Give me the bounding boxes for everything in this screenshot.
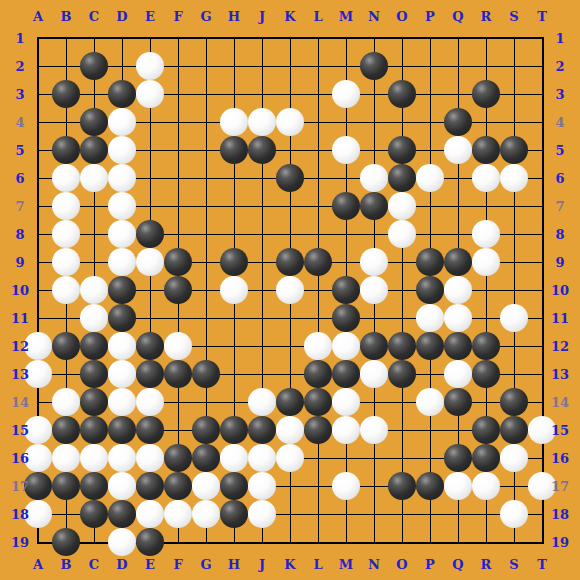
stone-black-F9[interactable] [164, 248, 192, 276]
coordinate-label-right: 2 [555, 60, 564, 73]
coordinate-label-bottom: R [481, 558, 492, 571]
stone-white-Q11[interactable] [444, 304, 472, 332]
coordinate-label-bottom: O [396, 558, 407, 571]
stone-white-C10[interactable] [80, 276, 108, 304]
stone-white-F18[interactable] [164, 500, 192, 528]
stone-white-G17[interactable] [192, 472, 220, 500]
stone-black-B3[interactable] [52, 80, 80, 108]
coordinate-label-left: 1 [15, 32, 24, 45]
stone-white-G18[interactable] [192, 500, 220, 528]
stone-white-M14[interactable] [332, 388, 360, 416]
stone-white-D13[interactable] [108, 360, 136, 388]
coordinate-label-left: 10 [11, 284, 29, 297]
stone-black-D15[interactable] [108, 416, 136, 444]
coordinate-label-right: 9 [555, 256, 564, 269]
coordinate-label-left: 19 [11, 536, 29, 549]
stone-black-R13[interactable] [472, 360, 500, 388]
coordinate-label-top: D [116, 10, 127, 23]
coordinate-label-right: 15 [551, 424, 569, 437]
stone-black-B12[interactable] [52, 332, 80, 360]
grid-line-vertical [318, 38, 319, 544]
stone-white-E3[interactable] [136, 80, 164, 108]
stone-black-R3[interactable] [472, 80, 500, 108]
coordinate-label-bottom: M [339, 558, 353, 571]
stone-black-O6[interactable] [388, 164, 416, 192]
stone-white-D5[interactable] [108, 136, 136, 164]
stone-white-Q13[interactable] [444, 360, 472, 388]
stone-white-E16[interactable] [136, 444, 164, 472]
coordinate-label-top: K [284, 10, 295, 23]
stone-black-D18[interactable] [108, 500, 136, 528]
stone-white-B9[interactable] [52, 248, 80, 276]
stone-white-N6[interactable] [360, 164, 388, 192]
stone-white-N10[interactable] [360, 276, 388, 304]
stone-white-B6[interactable] [52, 164, 80, 192]
stone-white-B14[interactable] [52, 388, 80, 416]
stone-white-M3[interactable] [332, 80, 360, 108]
stone-white-H16[interactable] [220, 444, 248, 472]
stone-white-C11[interactable] [80, 304, 108, 332]
stone-white-J14[interactable] [248, 388, 276, 416]
coordinate-label-bottom: P [425, 558, 435, 571]
stone-black-H18[interactable] [220, 500, 248, 528]
coordinate-label-left: 5 [15, 144, 24, 157]
stone-black-O5[interactable] [388, 136, 416, 164]
coordinate-label-bottom: H [228, 558, 240, 571]
stone-white-D16[interactable] [108, 444, 136, 472]
stone-white-D19[interactable] [108, 528, 136, 556]
stone-black-F13[interactable] [164, 360, 192, 388]
stone-white-E14[interactable] [136, 388, 164, 416]
coordinate-label-bottom: F [173, 558, 182, 571]
coordinate-label-right: 7 [555, 200, 564, 213]
stone-black-N2[interactable] [360, 52, 388, 80]
stone-black-B17[interactable] [52, 472, 80, 500]
stone-black-N7[interactable] [360, 192, 388, 220]
stone-white-H4[interactable] [220, 108, 248, 136]
stone-white-S16[interactable] [500, 444, 528, 472]
coordinate-label-right: 6 [555, 172, 564, 185]
stone-black-S14[interactable] [500, 388, 528, 416]
stone-black-C15[interactable] [80, 416, 108, 444]
stone-white-O7[interactable] [388, 192, 416, 220]
coordinate-label-bottom: N [368, 558, 380, 571]
stone-white-R9[interactable] [472, 248, 500, 276]
coordinate-label-bottom: S [509, 558, 518, 571]
stone-white-L12[interactable] [304, 332, 332, 360]
coordinate-label-bottom: A [33, 558, 43, 571]
stone-black-Q14[interactable] [444, 388, 472, 416]
coordinate-label-top: J [259, 10, 265, 23]
coordinate-label-left: 14 [11, 396, 29, 409]
stone-black-D3[interactable] [108, 80, 136, 108]
coordinate-label-top: N [368, 10, 380, 23]
coordinate-label-left: 6 [15, 172, 24, 185]
stone-black-L9[interactable] [304, 248, 332, 276]
stone-black-Q12[interactable] [444, 332, 472, 360]
stone-white-R8[interactable] [472, 220, 500, 248]
stone-black-G16[interactable] [192, 444, 220, 472]
stone-black-Q4[interactable] [444, 108, 472, 136]
coordinate-label-bottom: D [116, 558, 127, 571]
coordinate-label-left: 13 [11, 368, 29, 381]
stone-black-C4[interactable] [80, 108, 108, 136]
grid-line-vertical [402, 38, 403, 544]
stone-black-E8[interactable] [136, 220, 164, 248]
stone-black-S15[interactable] [500, 416, 528, 444]
stone-white-S11[interactable] [500, 304, 528, 332]
coordinate-label-right: 13 [551, 368, 569, 381]
stone-white-N9[interactable] [360, 248, 388, 276]
stone-white-E2[interactable] [136, 52, 164, 80]
grid-line-vertical [542, 38, 544, 544]
coordinate-label-top: G [200, 10, 211, 23]
stone-black-R15[interactable] [472, 416, 500, 444]
coordinate-label-bottom: J [259, 558, 265, 571]
stone-black-K14[interactable] [276, 388, 304, 416]
stone-black-P17[interactable] [416, 472, 444, 500]
stone-white-D6[interactable] [108, 164, 136, 192]
stone-black-F17[interactable] [164, 472, 192, 500]
coordinate-label-right: 16 [551, 452, 569, 465]
coordinate-label-left: 8 [15, 228, 24, 241]
stone-white-B10[interactable] [52, 276, 80, 304]
coordinate-label-right: 14 [551, 396, 569, 409]
stone-white-N13[interactable] [360, 360, 388, 388]
coordinate-label-bottom: G [200, 558, 211, 571]
stone-white-M5[interactable] [332, 136, 360, 164]
coordinate-label-bottom: K [284, 558, 295, 571]
stone-white-J18[interactable] [248, 500, 276, 528]
stone-black-L14[interactable] [304, 388, 332, 416]
coordinate-label-top: M [339, 10, 353, 23]
coordinate-label-top: A [33, 10, 43, 23]
stone-black-H5[interactable] [220, 136, 248, 164]
coordinate-label-bottom: T [537, 558, 547, 571]
coordinate-label-right: 1 [555, 32, 564, 45]
coordinate-label-left: 16 [11, 452, 29, 465]
stone-black-Q9[interactable] [444, 248, 472, 276]
stone-white-J4[interactable] [248, 108, 276, 136]
stone-black-C17[interactable] [80, 472, 108, 500]
coordinate-label-bottom: E [145, 558, 155, 571]
stone-black-H9[interactable] [220, 248, 248, 276]
stone-black-B19[interactable] [52, 528, 80, 556]
stone-black-J15[interactable] [248, 416, 276, 444]
stone-black-B15[interactable] [52, 416, 80, 444]
coordinate-label-left: 15 [11, 424, 29, 437]
stone-black-C13[interactable] [80, 360, 108, 388]
coordinate-label-top: F [173, 10, 182, 23]
stone-black-C2[interactable] [80, 52, 108, 80]
coordinate-label-left: 17 [11, 480, 29, 493]
coordinate-label-left: 2 [15, 60, 24, 73]
stone-white-D9[interactable] [108, 248, 136, 276]
stone-white-D7[interactable] [108, 192, 136, 220]
coordinate-label-top: S [509, 10, 518, 23]
coordinate-label-right: 8 [555, 228, 564, 241]
coordinate-label-right: 10 [551, 284, 569, 297]
stone-black-D10[interactable] [108, 276, 136, 304]
coordinate-label-left: 11 [11, 312, 29, 325]
stone-black-L15[interactable] [304, 416, 332, 444]
coordinate-label-top: L [313, 10, 322, 23]
coordinate-label-top: P [425, 10, 435, 23]
stone-white-B7[interactable] [52, 192, 80, 220]
stone-black-S5[interactable] [500, 136, 528, 164]
stone-white-O8[interactable] [388, 220, 416, 248]
stone-black-N12[interactable] [360, 332, 388, 360]
stone-white-K10[interactable] [276, 276, 304, 304]
stone-black-E19[interactable] [136, 528, 164, 556]
coordinate-label-bottom: C [89, 558, 99, 571]
stone-white-R6[interactable] [472, 164, 500, 192]
coordinate-label-right: 12 [551, 340, 569, 353]
stone-black-P10[interactable] [416, 276, 444, 304]
stone-white-K16[interactable] [276, 444, 304, 472]
stone-black-E13[interactable] [136, 360, 164, 388]
stone-white-Q5[interactable] [444, 136, 472, 164]
coordinate-label-top: E [145, 10, 155, 23]
stone-white-J17[interactable] [248, 472, 276, 500]
stone-black-E12[interactable] [136, 332, 164, 360]
stone-white-D4[interactable] [108, 108, 136, 136]
coordinate-label-right: 18 [551, 508, 569, 521]
stone-black-K6[interactable] [276, 164, 304, 192]
coordinate-label-left: 9 [15, 256, 24, 269]
coordinate-label-top: Q [452, 10, 463, 23]
stone-white-C6[interactable] [80, 164, 108, 192]
stone-white-P11[interactable] [416, 304, 444, 332]
stone-black-P12[interactable] [416, 332, 444, 360]
coordinate-label-right: 19 [551, 536, 569, 549]
stone-white-Q10[interactable] [444, 276, 472, 304]
coordinate-label-left: 12 [11, 340, 29, 353]
stone-black-O13[interactable] [388, 360, 416, 388]
coordinate-label-left: 18 [11, 508, 29, 521]
stone-white-C16[interactable] [80, 444, 108, 472]
stone-white-D8[interactable] [108, 220, 136, 248]
stone-white-H10[interactable] [220, 276, 248, 304]
coordinate-label-bottom: B [61, 558, 72, 571]
coordinate-label-right: 4 [555, 116, 564, 129]
stone-black-E15[interactable] [136, 416, 164, 444]
stone-black-J5[interactable] [248, 136, 276, 164]
stone-black-C12[interactable] [80, 332, 108, 360]
stone-black-G13[interactable] [192, 360, 220, 388]
coordinate-label-right: 3 [555, 88, 564, 101]
stone-black-Q16[interactable] [444, 444, 472, 472]
stone-white-B16[interactable] [52, 444, 80, 472]
stone-black-B5[interactable] [52, 136, 80, 164]
stone-black-M13[interactable] [332, 360, 360, 388]
stone-black-O17[interactable] [388, 472, 416, 500]
coordinate-label-right: 5 [555, 144, 564, 157]
stone-white-F12[interactable] [164, 332, 192, 360]
stone-white-M12[interactable] [332, 332, 360, 360]
stone-white-P14[interactable] [416, 388, 444, 416]
stone-white-B8[interactable] [52, 220, 80, 248]
stone-white-E18[interactable] [136, 500, 164, 528]
stone-white-N15[interactable] [360, 416, 388, 444]
stone-black-H15[interactable] [220, 416, 248, 444]
stone-white-P6[interactable] [416, 164, 444, 192]
stone-white-D14[interactable] [108, 388, 136, 416]
coordinate-label-right: 11 [551, 312, 569, 325]
stone-white-S6[interactable] [500, 164, 528, 192]
stone-black-L13[interactable] [304, 360, 332, 388]
coordinate-label-left: 7 [15, 200, 24, 213]
stone-black-F10[interactable] [164, 276, 192, 304]
stone-white-Q17[interactable] [444, 472, 472, 500]
coordinate-label-top: R [481, 10, 492, 23]
stone-white-D17[interactable] [108, 472, 136, 500]
stone-black-C14[interactable] [80, 388, 108, 416]
stone-white-S18[interactable] [500, 500, 528, 528]
stone-white-M15[interactable] [332, 416, 360, 444]
stone-black-E17[interactable] [136, 472, 164, 500]
stone-black-R5[interactable] [472, 136, 500, 164]
stone-white-M17[interactable] [332, 472, 360, 500]
coordinate-label-left: 3 [15, 88, 24, 101]
stone-white-K4[interactable] [276, 108, 304, 136]
stone-white-R17[interactable] [472, 472, 500, 500]
coordinate-label-top: C [89, 10, 99, 23]
stone-black-M11[interactable] [332, 304, 360, 332]
stone-black-R12[interactable] [472, 332, 500, 360]
stone-black-D11[interactable] [108, 304, 136, 332]
stone-black-O3[interactable] [388, 80, 416, 108]
stone-black-M10[interactable] [332, 276, 360, 304]
stone-black-O12[interactable] [388, 332, 416, 360]
go-board[interactable]: AABBCCDDEEFFGGHHJJKKLLMMNNOOPPQQRRSSTT11… [0, 0, 580, 580]
stone-black-K9[interactable] [276, 248, 304, 276]
stone-black-G15[interactable] [192, 416, 220, 444]
coordinate-label-left: 4 [15, 116, 24, 129]
stone-white-D12[interactable] [108, 332, 136, 360]
stone-black-P9[interactable] [416, 248, 444, 276]
coordinate-label-bottom: L [313, 558, 322, 571]
coordinate-label-bottom: Q [452, 558, 463, 571]
coordinate-label-top: H [228, 10, 240, 23]
coordinate-label-right: 17 [551, 480, 569, 493]
stone-black-C5[interactable] [80, 136, 108, 164]
coordinate-label-top: B [61, 10, 72, 23]
stone-white-K15[interactable] [276, 416, 304, 444]
stone-white-E9[interactable] [136, 248, 164, 276]
stone-white-J16[interactable] [248, 444, 276, 472]
stone-black-R16[interactable] [472, 444, 500, 472]
stone-black-F16[interactable] [164, 444, 192, 472]
coordinate-label-top: O [396, 10, 407, 23]
stone-black-H17[interactable] [220, 472, 248, 500]
coordinate-label-top: T [537, 10, 547, 23]
stone-black-M7[interactable] [332, 192, 360, 220]
stone-black-C18[interactable] [80, 500, 108, 528]
